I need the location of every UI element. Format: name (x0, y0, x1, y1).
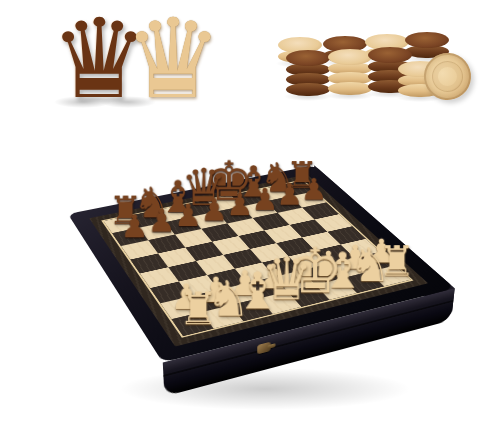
checker-disc-light (328, 49, 372, 65)
chess-case: ♜♞♝♛♚♝♞♜♟♟♟♟♟♟♟♟♟♟♟♟♟♟♟♟♜♞♝♛♚♝♞♜ (68, 165, 455, 362)
checker-disc-dark (405, 32, 449, 48)
queen-pieces-pair: ♛ ♛ (50, 4, 222, 114)
drawer-latch-icon (257, 342, 270, 355)
black-rook: ♜ (285, 157, 318, 193)
checker-disc-dark (286, 83, 330, 96)
checker-stack-dark (286, 50, 330, 96)
checker-disc-dark (286, 50, 330, 66)
product-photo-scene: ♛ ♛ ♜♞♝♛♚♝♞♜♟♟♟♟♟♟♟♟♟♟♟♟♟♟♟♟♜♞♝♛♚♝♞♜ (0, 0, 500, 433)
white-rook: ♜ (377, 240, 415, 282)
chess-case-wrap: ♜♞♝♛♚♝♞♜♟♟♟♟♟♟♟♟♟♟♟♟♟♟♟♟♜♞♝♛♚♝♞♜ (104, 103, 396, 395)
light-queen-piece: ♛ (124, 4, 223, 114)
checker-stack-light (328, 49, 372, 95)
checkers-stacks (278, 20, 500, 120)
white-pawn: ♟ (366, 235, 396, 268)
